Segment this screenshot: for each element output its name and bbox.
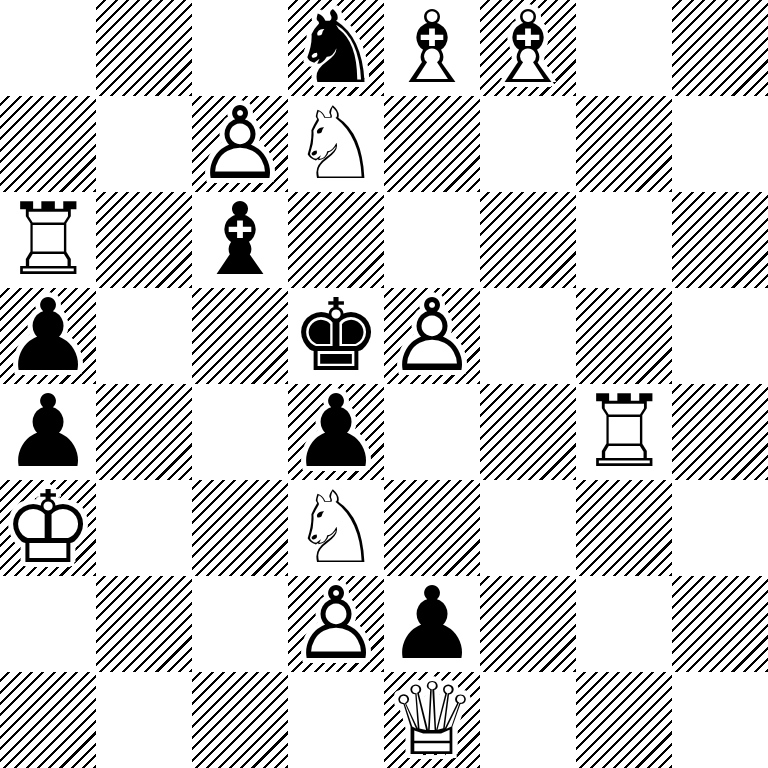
square-h2[interactable] <box>672 576 768 672</box>
square-b2[interactable] <box>96 576 192 672</box>
black-pawn-glyph-icon: ♟ <box>0 384 96 480</box>
white-pawn-glyph-icon: ♙ <box>192 96 288 192</box>
square-h1[interactable] <box>672 672 768 768</box>
square-e2[interactable]: ♟♟ <box>384 576 480 672</box>
square-a7[interactable] <box>0 96 96 192</box>
square-f4[interactable] <box>480 384 576 480</box>
square-a1[interactable] <box>0 672 96 768</box>
black-king-glyph-icon: ♚ <box>288 288 384 384</box>
piece-white-pawn[interactable]: ♟♙ <box>384 288 480 384</box>
piece-black-pawn[interactable]: ♟♟ <box>384 576 480 672</box>
white-bishop-glyph-icon: ♗ <box>384 0 480 96</box>
square-a2[interactable] <box>0 576 96 672</box>
white-pawn-glyph-icon: ♙ <box>288 576 384 672</box>
piece-white-queen[interactable]: ♛♕ <box>384 672 480 768</box>
square-e7[interactable] <box>384 96 480 192</box>
square-c3[interactable] <box>192 480 288 576</box>
white-rook-glyph-icon: ♖ <box>0 192 96 288</box>
piece-black-pawn[interactable]: ♟♟ <box>0 384 96 480</box>
piece-white-pawn[interactable]: ♟♙ <box>192 96 288 192</box>
square-c7[interactable]: ♟♙ <box>192 96 288 192</box>
piece-white-knight[interactable]: ♞♘ <box>288 480 384 576</box>
square-b3[interactable] <box>96 480 192 576</box>
square-c1[interactable] <box>192 672 288 768</box>
square-h7[interactable] <box>672 96 768 192</box>
white-knight-glyph-icon: ♘ <box>288 480 384 576</box>
black-pawn-glyph-icon: ♟ <box>288 384 384 480</box>
square-d2[interactable]: ♟♙ <box>288 576 384 672</box>
piece-white-bishop[interactable]: ♝♗ <box>480 0 576 96</box>
white-king-glyph-icon: ♔ <box>0 480 96 576</box>
piece-black-knight[interactable]: ♞♞ <box>288 0 384 96</box>
white-pawn-glyph-icon: ♙ <box>384 288 480 384</box>
square-g1[interactable] <box>576 672 672 768</box>
piece-white-pawn[interactable]: ♟♙ <box>288 576 384 672</box>
square-c5[interactable] <box>192 288 288 384</box>
square-b8[interactable] <box>96 0 192 96</box>
square-c6[interactable]: ♝♝ <box>192 192 288 288</box>
square-a5[interactable]: ♟♟ <box>0 288 96 384</box>
square-f6[interactable] <box>480 192 576 288</box>
square-b6[interactable] <box>96 192 192 288</box>
square-e3[interactable] <box>384 480 480 576</box>
square-b1[interactable] <box>96 672 192 768</box>
square-f8[interactable]: ♝♗ <box>480 0 576 96</box>
white-bishop-glyph-icon: ♗ <box>480 0 576 96</box>
piece-black-pawn[interactable]: ♟♟ <box>0 288 96 384</box>
square-a4[interactable]: ♟♟ <box>0 384 96 480</box>
square-c8[interactable] <box>192 0 288 96</box>
square-d6[interactable] <box>288 192 384 288</box>
square-e8[interactable]: ♝♗ <box>384 0 480 96</box>
piece-white-rook[interactable]: ♜♖ <box>576 384 672 480</box>
square-a3[interactable]: ♚♔ <box>0 480 96 576</box>
square-a6[interactable]: ♜♖ <box>0 192 96 288</box>
piece-black-pawn[interactable]: ♟♟ <box>288 384 384 480</box>
square-d5[interactable]: ♚♚ <box>288 288 384 384</box>
chess-board: ♞♞♝♗♝♗♟♙♞♘♜♖♝♝♟♟♚♚♟♙♟♟♟♟♜♖♚♔♞♘♟♙♟♟♛♕ <box>0 0 768 768</box>
white-queen-glyph-icon: ♕ <box>384 672 480 768</box>
square-c4[interactable] <box>192 384 288 480</box>
square-f1[interactable] <box>480 672 576 768</box>
black-knight-glyph-icon: ♞ <box>288 0 384 96</box>
square-f7[interactable] <box>480 96 576 192</box>
square-f3[interactable] <box>480 480 576 576</box>
square-d4[interactable]: ♟♟ <box>288 384 384 480</box>
square-h4[interactable] <box>672 384 768 480</box>
piece-black-king[interactable]: ♚♚ <box>288 288 384 384</box>
square-e1[interactable]: ♛♕ <box>384 672 480 768</box>
piece-black-bishop[interactable]: ♝♝ <box>192 192 288 288</box>
piece-white-bishop[interactable]: ♝♗ <box>384 0 480 96</box>
square-d8[interactable]: ♞♞ <box>288 0 384 96</box>
square-f5[interactable] <box>480 288 576 384</box>
square-h8[interactable] <box>672 0 768 96</box>
square-g7[interactable] <box>576 96 672 192</box>
square-h6[interactable] <box>672 192 768 288</box>
square-g6[interactable] <box>576 192 672 288</box>
white-knight-glyph-icon: ♘ <box>288 96 384 192</box>
square-e4[interactable] <box>384 384 480 480</box>
square-d3[interactable]: ♞♘ <box>288 480 384 576</box>
white-rook-glyph-icon: ♖ <box>576 384 672 480</box>
black-pawn-glyph-icon: ♟ <box>0 288 96 384</box>
square-g5[interactable] <box>576 288 672 384</box>
square-b5[interactable] <box>96 288 192 384</box>
square-e5[interactable]: ♟♙ <box>384 288 480 384</box>
piece-white-rook[interactable]: ♜♖ <box>0 192 96 288</box>
square-d7[interactable]: ♞♘ <box>288 96 384 192</box>
square-d1[interactable] <box>288 672 384 768</box>
square-e6[interactable] <box>384 192 480 288</box>
square-h3[interactable] <box>672 480 768 576</box>
black-bishop-glyph-icon: ♝ <box>192 192 288 288</box>
square-g4[interactable]: ♜♖ <box>576 384 672 480</box>
square-b7[interactable] <box>96 96 192 192</box>
black-pawn-glyph-icon: ♟ <box>384 576 480 672</box>
piece-white-knight[interactable]: ♞♘ <box>288 96 384 192</box>
square-c2[interactable] <box>192 576 288 672</box>
square-g2[interactable] <box>576 576 672 672</box>
square-g3[interactable] <box>576 480 672 576</box>
square-a8[interactable] <box>0 0 96 96</box>
square-h5[interactable] <box>672 288 768 384</box>
square-f2[interactable] <box>480 576 576 672</box>
square-g8[interactable] <box>576 0 672 96</box>
square-b4[interactable] <box>96 384 192 480</box>
piece-white-king[interactable]: ♚♔ <box>0 480 96 576</box>
